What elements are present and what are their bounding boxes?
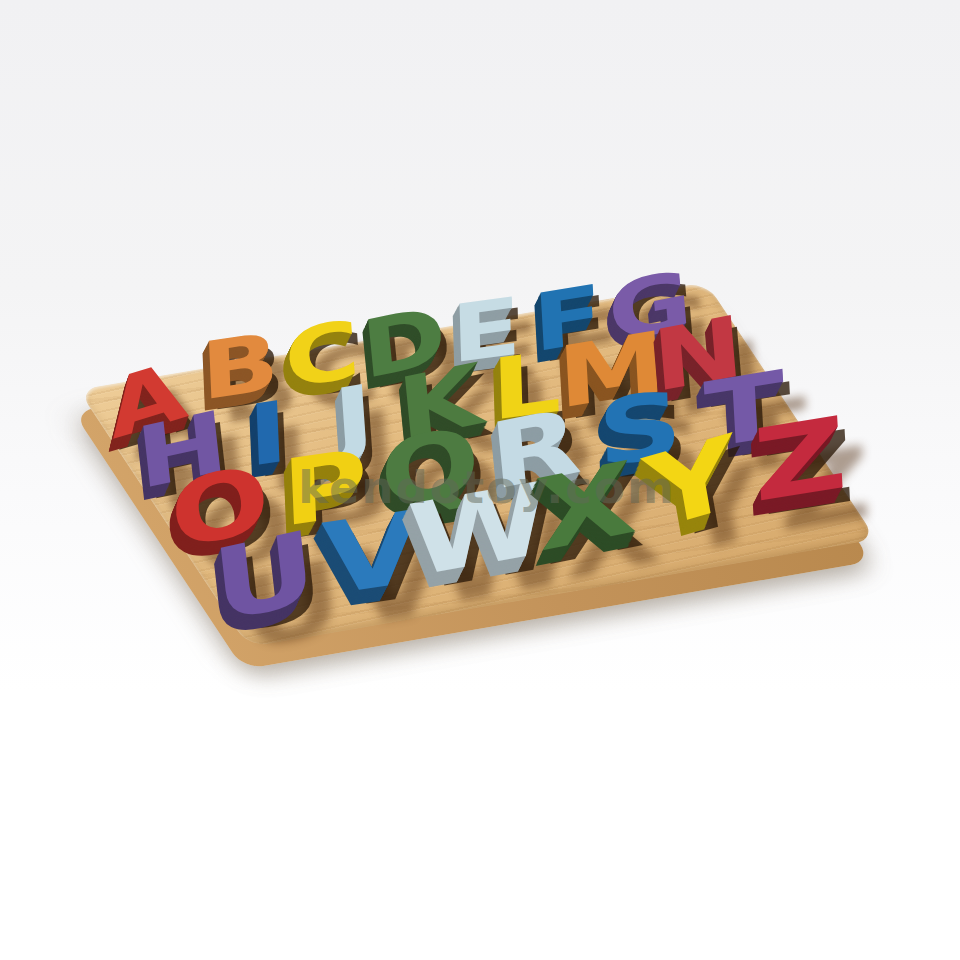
watermark-text: kendotoy.com <box>298 461 676 514</box>
letter-face: Z <box>751 413 848 507</box>
product-photo-scene: AABBCCDDEEFFGGHHIIJJKKLLMMNNOOPPQQRRSSTT… <box>0 0 960 960</box>
letter-face: U <box>209 526 321 627</box>
